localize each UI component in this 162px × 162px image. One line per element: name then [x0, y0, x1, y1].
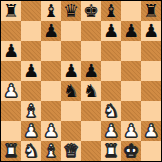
piece-white-pawn: ♟	[143, 121, 159, 141]
square-d1[interactable]: ♛	[61, 141, 81, 161]
square-h3[interactable]	[141, 101, 161, 121]
square-f4[interactable]	[101, 81, 121, 101]
square-b3[interactable]: ♝	[21, 101, 41, 121]
piece-black-pawn: ♟	[103, 21, 119, 41]
piece-black-knight: ♞	[63, 81, 79, 101]
square-f5[interactable]	[101, 61, 121, 81]
square-c7[interactable]: ♟	[41, 21, 61, 41]
square-h5[interactable]	[141, 61, 161, 81]
piece-white-pawn: ♟	[3, 81, 19, 101]
square-h1[interactable]	[141, 141, 161, 161]
piece-black-pawn: ♟	[83, 61, 99, 81]
square-e4[interactable]: ♞	[81, 81, 101, 101]
square-g3[interactable]	[121, 101, 141, 121]
piece-white-bishop: ♝	[43, 141, 59, 161]
square-e7[interactable]	[81, 21, 101, 41]
square-c3[interactable]	[41, 101, 61, 121]
square-g2[interactable]: ♟	[121, 121, 141, 141]
square-d6[interactable]	[61, 41, 81, 61]
piece-black-queen: ♛	[63, 1, 79, 21]
square-c5[interactable]	[41, 61, 61, 81]
piece-white-rook: ♜	[103, 141, 119, 161]
square-d3[interactable]	[61, 101, 81, 121]
square-b5[interactable]: ♟	[21, 61, 41, 81]
square-e1[interactable]	[81, 141, 101, 161]
square-e8[interactable]: ♚	[81, 1, 101, 21]
piece-black-pawn: ♟	[23, 61, 39, 81]
piece-black-pawn: ♟	[43, 21, 59, 41]
square-c2[interactable]: ♟	[41, 121, 61, 141]
square-f6[interactable]	[101, 41, 121, 61]
square-a6[interactable]: ♟	[1, 41, 21, 61]
square-f1[interactable]: ♜	[101, 141, 121, 161]
piece-white-king: ♚	[123, 141, 139, 161]
piece-black-bishop: ♝	[103, 1, 119, 21]
piece-white-pawn: ♟	[123, 121, 139, 141]
square-g8[interactable]	[121, 1, 141, 21]
square-c8[interactable]: ♝	[41, 1, 61, 21]
chess-board-frame: ♜♝♛♚♝♜♟♟♟♟♟♟♟♟♟♞♞♝♞♟♟♟♟♟♜♞♝♛♜♚	[0, 0, 162, 162]
square-a1[interactable]: ♜	[1, 141, 21, 161]
piece-white-queen: ♛	[63, 141, 79, 161]
square-a8[interactable]: ♜	[1, 1, 21, 21]
square-h7[interactable]: ♟	[141, 21, 161, 41]
square-h6[interactable]	[141, 41, 161, 61]
square-e5[interactable]: ♟	[81, 61, 101, 81]
square-g4[interactable]	[121, 81, 141, 101]
piece-black-knight: ♞	[83, 81, 99, 101]
square-a4[interactable]: ♟	[1, 81, 21, 101]
piece-white-knight: ♞	[23, 141, 39, 161]
piece-white-pawn: ♟	[103, 121, 119, 141]
piece-white-pawn: ♟	[43, 121, 59, 141]
square-f3[interactable]: ♞	[101, 101, 121, 121]
square-c4[interactable]	[41, 81, 61, 101]
square-b8[interactable]	[21, 1, 41, 21]
piece-black-bishop: ♝	[43, 1, 59, 21]
square-a7[interactable]	[1, 21, 21, 41]
piece-white-rook: ♜	[3, 141, 19, 161]
square-b4[interactable]	[21, 81, 41, 101]
square-b1[interactable]: ♞	[21, 141, 41, 161]
square-d8[interactable]: ♛	[61, 1, 81, 21]
square-c6[interactable]	[41, 41, 61, 61]
square-e6[interactable]	[81, 41, 101, 61]
square-g7[interactable]: ♟	[121, 21, 141, 41]
piece-black-pawn: ♟	[63, 61, 79, 81]
square-d7[interactable]	[61, 21, 81, 41]
square-a5[interactable]	[1, 61, 21, 81]
piece-black-rook: ♜	[3, 1, 19, 21]
piece-black-pawn: ♟	[3, 41, 19, 61]
piece-black-pawn: ♟	[143, 21, 159, 41]
square-e3[interactable]	[81, 101, 101, 121]
piece-black-pawn: ♟	[123, 21, 139, 41]
piece-white-bishop: ♝	[23, 101, 39, 121]
piece-black-rook: ♜	[143, 1, 159, 21]
square-c1[interactable]: ♝	[41, 141, 61, 161]
square-b2[interactable]: ♟	[21, 121, 41, 141]
square-f7[interactable]: ♟	[101, 21, 121, 41]
square-g5[interactable]	[121, 61, 141, 81]
square-g1[interactable]: ♚	[121, 141, 141, 161]
chess-board: ♜♝♛♚♝♜♟♟♟♟♟♟♟♟♟♞♞♝♞♟♟♟♟♟♜♞♝♛♜♚	[1, 1, 161, 161]
square-f8[interactable]: ♝	[101, 1, 121, 21]
square-e2[interactable]	[81, 121, 101, 141]
square-h8[interactable]: ♜	[141, 1, 161, 21]
square-b6[interactable]	[21, 41, 41, 61]
piece-black-king: ♚	[83, 1, 99, 21]
square-b7[interactable]	[21, 21, 41, 41]
square-a2[interactable]	[1, 121, 21, 141]
square-g6[interactable]	[121, 41, 141, 61]
square-a3[interactable]	[1, 101, 21, 121]
square-h2[interactable]: ♟	[141, 121, 161, 141]
square-d4[interactable]: ♞	[61, 81, 81, 101]
piece-white-pawn: ♟	[23, 121, 39, 141]
square-h4[interactable]	[141, 81, 161, 101]
piece-white-knight: ♞	[103, 101, 119, 121]
square-f2[interactable]: ♟	[101, 121, 121, 141]
square-d5[interactable]: ♟	[61, 61, 81, 81]
square-d2[interactable]	[61, 121, 81, 141]
